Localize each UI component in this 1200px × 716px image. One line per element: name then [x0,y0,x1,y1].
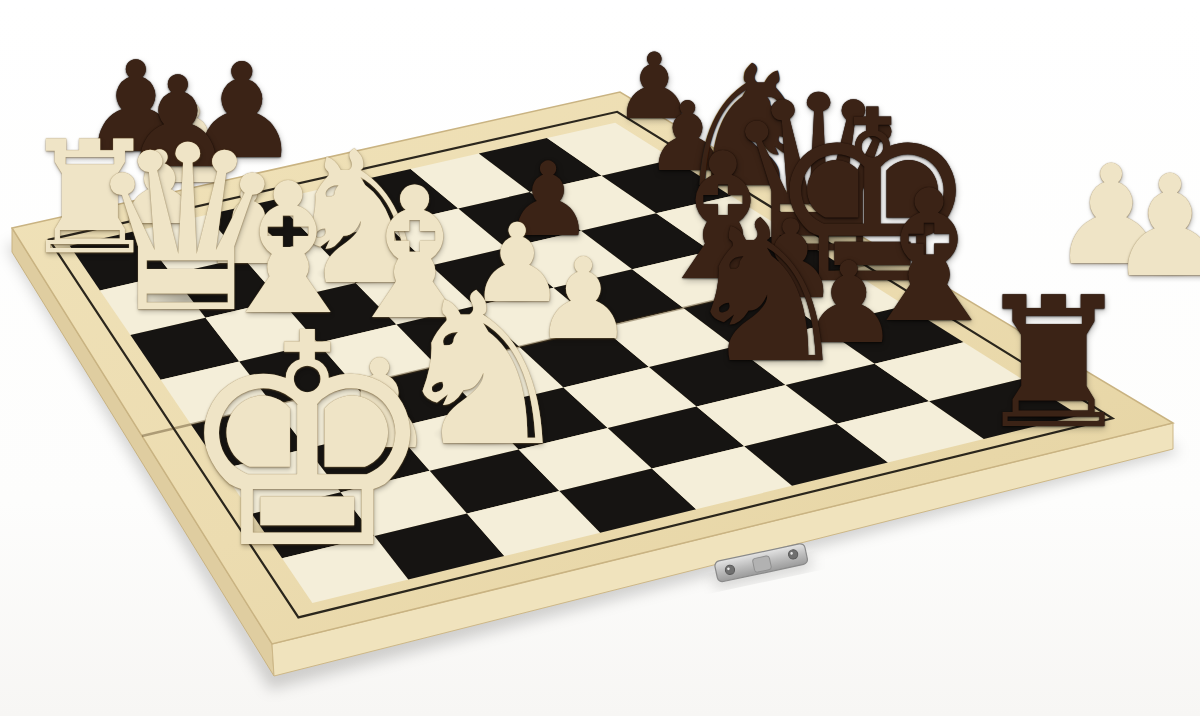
clasp-knob [752,555,772,572]
chess-set-product-photo: Overhead three-quarter product photo of … [0,0,1200,716]
chess-board [0,0,1200,716]
